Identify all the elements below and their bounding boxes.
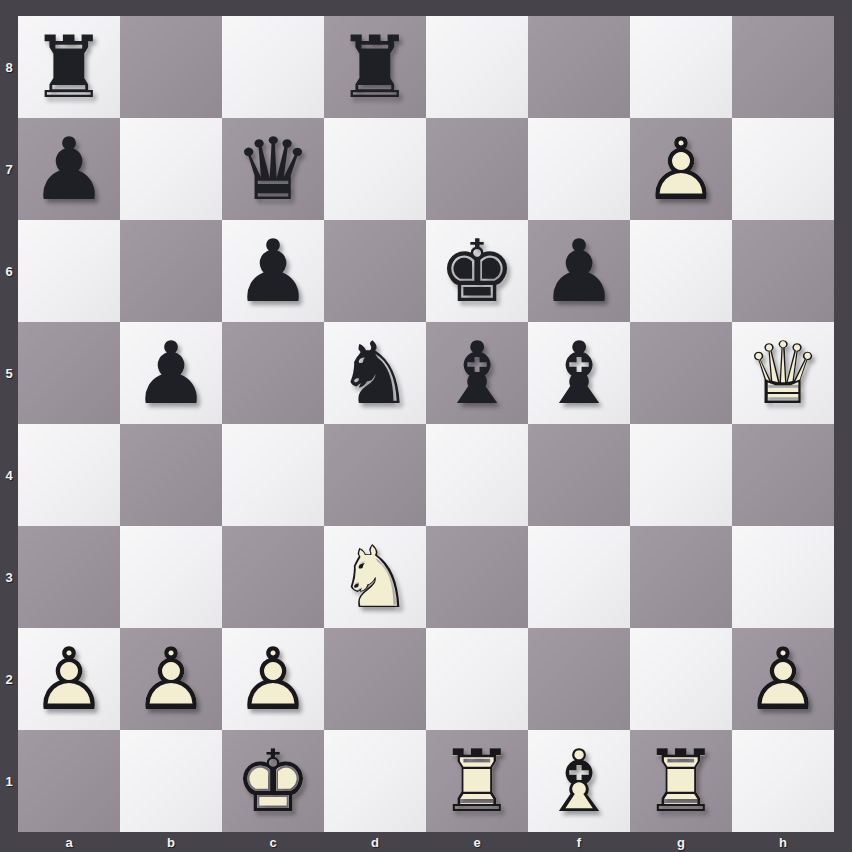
- piece-black-rook-d8[interactable]: ♜: [324, 16, 426, 118]
- piece-white-pawn-h2[interactable]: ♟: [732, 628, 834, 730]
- square-g8[interactable]: [630, 16, 732, 118]
- file-label-e: e: [426, 832, 528, 852]
- square-g6[interactable]: [630, 220, 732, 322]
- square-d7[interactable]: [324, 118, 426, 220]
- square-a1[interactable]: [18, 730, 120, 832]
- square-a4[interactable]: [18, 424, 120, 526]
- piece-white-bishop-f1-outline: ♗: [528, 730, 630, 832]
- rank-label-1: 1: [0, 730, 18, 832]
- piece-white-knight-d3[interactable]: ♞: [324, 526, 426, 628]
- square-a8[interactable]: ♜: [18, 16, 120, 118]
- piece-white-pawn-h2-outline: ♙: [732, 628, 834, 730]
- square-a3[interactable]: [18, 526, 120, 628]
- square-e6[interactable]: ♚: [426, 220, 528, 322]
- square-b7[interactable]: [120, 118, 222, 220]
- square-c7[interactable]: ♛: [222, 118, 324, 220]
- square-c1[interactable]: ♚♔: [222, 730, 324, 832]
- square-f3[interactable]: [528, 526, 630, 628]
- piece-white-pawn-c2-outline: ♙: [222, 628, 324, 730]
- square-d5[interactable]: ♞: [324, 322, 426, 424]
- piece-white-pawn-g7-outline: ♙: [630, 118, 732, 220]
- square-d3[interactable]: ♞♘: [324, 526, 426, 628]
- square-d8[interactable]: ♜: [324, 16, 426, 118]
- square-b5[interactable]: ♟: [120, 322, 222, 424]
- rank-label-7: 7: [0, 118, 18, 220]
- piece-white-pawn-b2[interactable]: ♟: [120, 628, 222, 730]
- square-e4[interactable]: [426, 424, 528, 526]
- square-g2[interactable]: [630, 628, 732, 730]
- square-b2[interactable]: ♟♙: [120, 628, 222, 730]
- rank-label-3: 3: [0, 526, 18, 628]
- square-b1[interactable]: [120, 730, 222, 832]
- piece-white-pawn-a2[interactable]: ♟: [18, 628, 120, 730]
- square-c3[interactable]: [222, 526, 324, 628]
- square-c2[interactable]: ♟♙: [222, 628, 324, 730]
- square-f2[interactable]: [528, 628, 630, 730]
- square-f6[interactable]: ♟: [528, 220, 630, 322]
- square-h7[interactable]: [732, 118, 834, 220]
- piece-white-pawn-c2[interactable]: ♟: [222, 628, 324, 730]
- rank-label-5: 5: [0, 322, 18, 424]
- rank-label-6: 6: [0, 220, 18, 322]
- square-d2[interactable]: [324, 628, 426, 730]
- piece-black-pawn-c6[interactable]: ♟: [222, 220, 324, 322]
- square-e2[interactable]: [426, 628, 528, 730]
- square-g1[interactable]: ♜♖: [630, 730, 732, 832]
- rank-labels: 87654321: [0, 16, 18, 832]
- piece-white-pawn-b2-outline: ♙: [120, 628, 222, 730]
- square-a6[interactable]: [18, 220, 120, 322]
- file-labels: abcdefgh: [18, 832, 834, 852]
- chess-board-frame: 87654321 abcdefgh ♜♜♟♛♟♙♟♚♟♟♞♝♝♛♕♞♘♟♙♟♙♟…: [0, 0, 852, 852]
- piece-black-rook-a8[interactable]: ♜: [18, 16, 120, 118]
- piece-white-rook-g1-outline: ♖: [630, 730, 732, 832]
- file-label-b: b: [120, 832, 222, 852]
- piece-black-knight-d5[interactable]: ♞: [324, 322, 426, 424]
- square-a7[interactable]: ♟: [18, 118, 120, 220]
- rank-label-2: 2: [0, 628, 18, 730]
- square-c5[interactable]: [222, 322, 324, 424]
- piece-white-pawn-g7[interactable]: ♟: [630, 118, 732, 220]
- square-b3[interactable]: [120, 526, 222, 628]
- square-b8[interactable]: [120, 16, 222, 118]
- piece-black-pawn-f6[interactable]: ♟: [528, 220, 630, 322]
- square-h4[interactable]: [732, 424, 834, 526]
- square-b4[interactable]: [120, 424, 222, 526]
- piece-black-bishop-f5[interactable]: ♝: [528, 322, 630, 424]
- square-e8[interactable]: [426, 16, 528, 118]
- square-a2[interactable]: ♟♙: [18, 628, 120, 730]
- rank-label-4: 4: [0, 424, 18, 526]
- piece-white-queen-h5[interactable]: ♛: [732, 322, 834, 424]
- piece-black-bishop-e5[interactable]: ♝: [426, 322, 528, 424]
- square-f5[interactable]: ♝: [528, 322, 630, 424]
- piece-white-pawn-a2-outline: ♙: [18, 628, 120, 730]
- square-f7[interactable]: [528, 118, 630, 220]
- square-g4[interactable]: [630, 424, 732, 526]
- chess-board: ♜♜♟♛♟♙♟♚♟♟♞♝♝♛♕♞♘♟♙♟♙♟♙♟♙♚♔♜♖♝♗♜♖: [18, 16, 834, 832]
- piece-black-queen-c7[interactable]: ♛: [222, 118, 324, 220]
- square-a5[interactable]: [18, 322, 120, 424]
- piece-black-pawn-a7[interactable]: ♟: [18, 118, 120, 220]
- piece-white-knight-d3-outline: ♘: [324, 526, 426, 628]
- square-b6[interactable]: [120, 220, 222, 322]
- square-e5[interactable]: ♝: [426, 322, 528, 424]
- square-h5[interactable]: ♛♕: [732, 322, 834, 424]
- piece-white-king-c1[interactable]: ♚: [222, 730, 324, 832]
- square-c8[interactable]: [222, 16, 324, 118]
- file-label-f: f: [528, 832, 630, 852]
- square-h8[interactable]: [732, 16, 834, 118]
- square-h2[interactable]: ♟♙: [732, 628, 834, 730]
- square-c6[interactable]: ♟: [222, 220, 324, 322]
- square-g5[interactable]: [630, 322, 732, 424]
- square-g3[interactable]: [630, 526, 732, 628]
- piece-black-pawn-b5[interactable]: ♟: [120, 322, 222, 424]
- piece-white-rook-e1-outline: ♖: [426, 730, 528, 832]
- square-h1[interactable]: [732, 730, 834, 832]
- piece-black-king-e6[interactable]: ♚: [426, 220, 528, 322]
- square-g7[interactable]: ♟♙: [630, 118, 732, 220]
- rank-label-8: 8: [0, 16, 18, 118]
- square-h3[interactable]: [732, 526, 834, 628]
- square-c4[interactable]: [222, 424, 324, 526]
- square-f4[interactable]: [528, 424, 630, 526]
- square-d1[interactable]: [324, 730, 426, 832]
- square-d6[interactable]: [324, 220, 426, 322]
- file-label-g: g: [630, 832, 732, 852]
- square-h6[interactable]: [732, 220, 834, 322]
- square-f8[interactable]: [528, 16, 630, 118]
- square-f1[interactable]: ♝♗: [528, 730, 630, 832]
- piece-white-queen-h5-outline: ♕: [732, 322, 834, 424]
- piece-white-bishop-f1[interactable]: ♝: [528, 730, 630, 832]
- piece-white-king-c1-outline: ♔: [222, 730, 324, 832]
- square-d4[interactable]: [324, 424, 426, 526]
- square-e1[interactable]: ♜♖: [426, 730, 528, 832]
- square-e3[interactable]: [426, 526, 528, 628]
- file-label-d: d: [324, 832, 426, 852]
- square-e7[interactable]: [426, 118, 528, 220]
- piece-white-rook-e1[interactable]: ♜: [426, 730, 528, 832]
- file-label-a: a: [18, 832, 120, 852]
- file-label-h: h: [732, 832, 834, 852]
- file-label-c: c: [222, 832, 324, 852]
- piece-white-rook-g1[interactable]: ♜: [630, 730, 732, 832]
